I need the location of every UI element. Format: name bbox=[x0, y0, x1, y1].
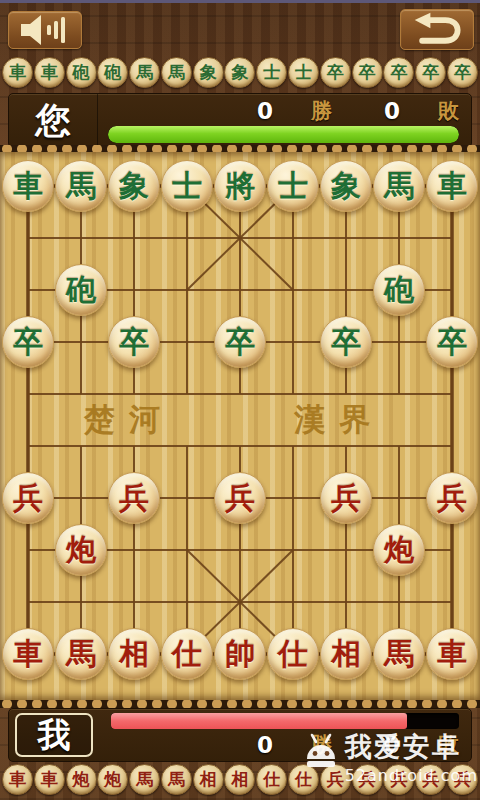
tray-piece-black: 砲 bbox=[97, 57, 128, 88]
piece-glyph: 卒 bbox=[437, 327, 467, 357]
opponent-losses: 0 bbox=[384, 98, 400, 124]
piece-glyph: 象 bbox=[119, 171, 149, 201]
piece-glyph: 將 bbox=[225, 171, 255, 201]
black-piece-tray: 車車砲砲馬馬象象士士卒卒卒卒卒 bbox=[0, 57, 480, 89]
xiangqi-board[interactable]: 楚河 漢界 車馬象士將士象馬車砲砲卒卒卒卒卒兵兵兵兵兵炮炮車馬相仕帥仕相馬車 bbox=[0, 152, 480, 700]
tray-piece-glyph: 士 bbox=[295, 64, 312, 81]
piece-red-chariot[interactable]: 車 bbox=[2, 628, 54, 680]
piece-glyph: 相 bbox=[331, 639, 361, 669]
player-panel: 我 0 勝 0 敗 bbox=[8, 708, 472, 762]
tray-piece-glyph: 車 bbox=[41, 64, 58, 81]
tray-piece-black: 車 bbox=[34, 57, 65, 88]
piece-red-general[interactable]: 帥 bbox=[214, 628, 266, 680]
tray-piece-glyph: 炮 bbox=[104, 771, 121, 788]
player-score: 0 勝 0 敗 bbox=[111, 733, 459, 757]
piece-glyph: 砲 bbox=[384, 275, 414, 305]
tray-piece-glyph: 卒 bbox=[454, 64, 471, 81]
tray-piece-black: 馬 bbox=[129, 57, 160, 88]
return-icon bbox=[410, 11, 464, 49]
piece-glyph: 車 bbox=[437, 639, 467, 669]
board-edge-beads-bottom bbox=[0, 700, 480, 708]
player-wins-label: 勝 bbox=[311, 731, 332, 759]
river-label-han: 漢界 bbox=[272, 398, 392, 442]
piece-black-horse[interactable]: 馬 bbox=[55, 160, 107, 212]
piece-glyph: 兵 bbox=[437, 483, 467, 513]
tray-piece-glyph: 卒 bbox=[327, 64, 344, 81]
tray-piece-glyph: 車 bbox=[41, 771, 58, 788]
tray-piece-glyph: 馬 bbox=[168, 64, 185, 81]
piece-glyph: 兵 bbox=[225, 483, 255, 513]
tray-piece-black: 士 bbox=[288, 57, 319, 88]
player-losses-label: 敗 bbox=[438, 731, 459, 759]
tray-piece-red: 炮 bbox=[66, 764, 97, 795]
opponent-score: 0 勝 0 敗 bbox=[108, 99, 459, 123]
tray-piece-glyph: 仕 bbox=[263, 771, 280, 788]
piece-red-soldier[interactable]: 兵 bbox=[426, 472, 478, 524]
piece-red-soldier[interactable]: 兵 bbox=[2, 472, 54, 524]
piece-red-soldier[interactable]: 兵 bbox=[320, 472, 372, 524]
piece-glyph: 砲 bbox=[66, 275, 96, 305]
piece-glyph: 士 bbox=[278, 171, 308, 201]
tray-piece-glyph: 馬 bbox=[136, 771, 153, 788]
sound-button[interactable] bbox=[8, 11, 82, 49]
opponent-wins-label: 勝 bbox=[311, 97, 332, 125]
tray-piece-red: 馬 bbox=[129, 764, 160, 795]
piece-glyph: 帥 bbox=[225, 639, 255, 669]
tray-piece-black: 卒 bbox=[383, 57, 414, 88]
tray-piece-glyph: 相 bbox=[231, 771, 248, 788]
piece-glyph: 仕 bbox=[172, 639, 202, 669]
piece-glyph: 馬 bbox=[384, 639, 414, 669]
tray-piece-glyph: 砲 bbox=[73, 64, 90, 81]
piece-red-elephant[interactable]: 相 bbox=[320, 628, 372, 680]
piece-red-chariot[interactable]: 車 bbox=[426, 628, 478, 680]
piece-black-general[interactable]: 將 bbox=[214, 160, 266, 212]
piece-glyph: 象 bbox=[331, 171, 361, 201]
piece-black-chariot[interactable]: 車 bbox=[2, 160, 54, 212]
piece-black-soldier[interactable]: 卒 bbox=[214, 316, 266, 368]
piece-glyph: 卒 bbox=[331, 327, 361, 357]
tray-piece-red: 兵 bbox=[383, 764, 414, 795]
piece-black-chariot[interactable]: 車 bbox=[426, 160, 478, 212]
piece-black-cannon[interactable]: 砲 bbox=[55, 264, 107, 316]
piece-black-horse[interactable]: 馬 bbox=[373, 160, 425, 212]
tray-piece-glyph: 象 bbox=[231, 64, 248, 81]
top-toolbar bbox=[0, 3, 480, 55]
piece-black-soldier[interactable]: 卒 bbox=[320, 316, 372, 368]
piece-black-elephant[interactable]: 象 bbox=[108, 160, 160, 212]
piece-glyph: 兵 bbox=[13, 483, 43, 513]
piece-red-soldier[interactable]: 兵 bbox=[108, 472, 160, 524]
piece-glyph: 車 bbox=[437, 171, 467, 201]
piece-glyph: 馬 bbox=[66, 639, 96, 669]
tray-piece-red: 馬 bbox=[161, 764, 192, 795]
tray-piece-black: 卒 bbox=[415, 57, 446, 88]
opponent-wins: 0 bbox=[257, 98, 273, 124]
tray-piece-glyph: 馬 bbox=[168, 771, 185, 788]
tray-piece-glyph: 卒 bbox=[422, 64, 439, 81]
piece-glyph: 炮 bbox=[384, 535, 414, 565]
tray-piece-red: 兵 bbox=[415, 764, 446, 795]
back-button[interactable] bbox=[400, 9, 474, 50]
tray-piece-red: 兵 bbox=[320, 764, 351, 795]
speaker-icon bbox=[17, 13, 73, 47]
piece-red-cannon[interactable]: 炮 bbox=[55, 524, 107, 576]
tray-piece-glyph: 卒 bbox=[390, 64, 407, 81]
piece-glyph: 仕 bbox=[278, 639, 308, 669]
tray-piece-glyph: 車 bbox=[9, 64, 26, 81]
tray-piece-glyph: 卒 bbox=[359, 64, 376, 81]
piece-black-advisor[interactable]: 士 bbox=[161, 160, 213, 212]
player-name-box: 我 bbox=[15, 713, 93, 757]
tray-piece-glyph: 相 bbox=[200, 771, 217, 788]
opponent-name: 您 bbox=[9, 94, 98, 147]
app-screen: 車車砲砲馬馬象象士士卒卒卒卒卒 您 0 勝 0 敗 楚河 漢界 車馬象士將士象馬… bbox=[0, 0, 480, 800]
piece-red-horse[interactable]: 馬 bbox=[55, 628, 107, 680]
tray-piece-glyph: 炮 bbox=[73, 771, 90, 788]
piece-glyph: 炮 bbox=[66, 535, 96, 565]
tray-piece-glyph: 兵 bbox=[327, 771, 344, 788]
player-losses: 0 bbox=[384, 732, 400, 758]
tray-piece-black: 象 bbox=[224, 57, 255, 88]
piece-glyph: 卒 bbox=[119, 327, 149, 357]
piece-glyph: 馬 bbox=[66, 171, 96, 201]
piece-red-cannon[interactable]: 炮 bbox=[373, 524, 425, 576]
tray-piece-glyph: 兵 bbox=[390, 771, 407, 788]
tray-piece-black: 卒 bbox=[320, 57, 351, 88]
piece-glyph: 兵 bbox=[119, 483, 149, 513]
red-piece-tray: 車車炮炮馬馬相相仕仕兵兵兵兵兵 bbox=[0, 764, 480, 796]
piece-black-advisor[interactable]: 士 bbox=[267, 160, 319, 212]
piece-black-soldier[interactable]: 卒 bbox=[2, 316, 54, 368]
player-wins: 0 bbox=[257, 732, 273, 758]
piece-red-horse[interactable]: 馬 bbox=[373, 628, 425, 680]
opponent-health-track bbox=[108, 126, 459, 143]
tray-piece-glyph: 兵 bbox=[422, 771, 439, 788]
player-health-track bbox=[111, 713, 459, 729]
piece-glyph: 馬 bbox=[384, 171, 414, 201]
piece-glyph: 車 bbox=[13, 171, 43, 201]
river-label-chu: 楚河 bbox=[62, 398, 182, 442]
tray-piece-red: 仕 bbox=[288, 764, 319, 795]
tray-piece-red: 仕 bbox=[256, 764, 287, 795]
tray-piece-black: 馬 bbox=[161, 57, 192, 88]
piece-black-cannon[interactable]: 砲 bbox=[373, 264, 425, 316]
tray-piece-black: 卒 bbox=[447, 57, 478, 88]
piece-glyph: 車 bbox=[13, 639, 43, 669]
tray-piece-glyph: 兵 bbox=[359, 771, 376, 788]
tray-piece-red: 相 bbox=[224, 764, 255, 795]
tray-piece-red: 相 bbox=[193, 764, 224, 795]
player-name: 我 bbox=[38, 713, 71, 758]
player-health-fill bbox=[111, 713, 407, 729]
tray-piece-glyph: 仕 bbox=[295, 771, 312, 788]
tray-piece-black: 卒 bbox=[352, 57, 383, 88]
piece-red-elephant[interactable]: 相 bbox=[108, 628, 160, 680]
tray-piece-red: 兵 bbox=[352, 764, 383, 795]
piece-black-elephant[interactable]: 象 bbox=[320, 160, 372, 212]
tray-piece-red: 車 bbox=[2, 764, 33, 795]
tray-piece-red: 車 bbox=[34, 764, 65, 795]
piece-glyph: 兵 bbox=[331, 483, 361, 513]
piece-glyph: 卒 bbox=[13, 327, 43, 357]
piece-black-soldier[interactable]: 卒 bbox=[426, 316, 478, 368]
tray-piece-glyph: 車 bbox=[9, 771, 26, 788]
piece-red-advisor[interactable]: 仕 bbox=[267, 628, 319, 680]
piece-glyph: 卒 bbox=[225, 327, 255, 357]
tray-piece-red: 炮 bbox=[97, 764, 128, 795]
tray-piece-glyph: 象 bbox=[200, 64, 217, 81]
tray-piece-black: 車 bbox=[2, 57, 33, 88]
tray-piece-black: 象 bbox=[193, 57, 224, 88]
tray-piece-black: 士 bbox=[256, 57, 287, 88]
tray-piece-glyph: 兵 bbox=[454, 771, 471, 788]
opponent-health-fill bbox=[108, 126, 459, 143]
opponent-panel: 您 0 勝 0 敗 bbox=[8, 93, 472, 148]
piece-red-soldier[interactable]: 兵 bbox=[214, 472, 266, 524]
tray-piece-black: 砲 bbox=[66, 57, 97, 88]
tray-piece-red: 兵 bbox=[447, 764, 478, 795]
opponent-losses-label: 敗 bbox=[438, 97, 459, 125]
piece-glyph: 士 bbox=[172, 171, 202, 201]
piece-black-soldier[interactable]: 卒 bbox=[108, 316, 160, 368]
piece-glyph: 相 bbox=[119, 639, 149, 669]
tray-piece-glyph: 砲 bbox=[104, 64, 121, 81]
piece-red-advisor[interactable]: 仕 bbox=[161, 628, 213, 680]
tray-piece-glyph: 士 bbox=[263, 64, 280, 81]
tray-piece-glyph: 馬 bbox=[136, 64, 153, 81]
